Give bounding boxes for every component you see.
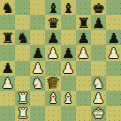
square-b1[interactable]: ♜ (15, 106, 30, 121)
square-f4[interactable] (76, 61, 91, 76)
white-bishop-d2[interactable]: ♝ (47, 91, 60, 105)
square-e3[interactable] (61, 76, 76, 91)
square-c6[interactable] (30, 30, 45, 45)
black-pawn-g7[interactable]: ♟ (92, 15, 105, 29)
square-b7[interactable] (15, 15, 30, 30)
square-g1[interactable]: ♚ (91, 106, 106, 121)
white-pawn-d5[interactable]: ♟ (47, 45, 60, 59)
square-b3[interactable] (15, 76, 30, 91)
square-a3[interactable]: ♟ (0, 76, 15, 91)
square-d2[interactable]: ♝ (45, 91, 60, 106)
square-b8[interactable] (15, 0, 30, 15)
square-c3[interactable]: ♞ (30, 76, 45, 91)
white-queen-d3[interactable]: ♛ (47, 76, 60, 90)
white-king-g1[interactable]: ♚ (92, 106, 105, 120)
square-c2[interactable] (30, 91, 45, 106)
black-pawn-h6[interactable]: ♟ (107, 30, 120, 44)
white-pawn-h5[interactable]: ♟ (107, 45, 120, 59)
square-g7[interactable]: ♟ (91, 15, 106, 30)
chess-board: ♞♝♝♚♛♜♟♜♞♟♟♟♟♟♟♟♟♟♟♟♟♞♛♞♜♝♝♟♜♚ (0, 0, 121, 121)
white-knight-c3[interactable]: ♞ (32, 76, 45, 90)
black-pawn-e5[interactable]: ♟ (62, 45, 75, 59)
square-c4[interactable]: ♟ (30, 61, 45, 76)
square-g4[interactable] (91, 61, 106, 76)
black-king-g8[interactable]: ♚ (92, 0, 105, 14)
white-pawn-g2[interactable]: ♟ (92, 91, 105, 105)
square-g2[interactable]: ♟ (91, 91, 106, 106)
square-h2[interactable] (106, 91, 121, 106)
square-e4[interactable]: ♟ (61, 61, 76, 76)
square-b4[interactable] (15, 61, 30, 76)
square-a1[interactable] (0, 106, 15, 121)
square-f3[interactable] (76, 76, 91, 91)
square-d6[interactable]: ♟ (45, 30, 60, 45)
square-e5[interactable]: ♟ (61, 45, 76, 60)
square-g6[interactable] (91, 30, 106, 45)
white-rook-b1[interactable]: ♜ (16, 106, 29, 120)
black-bishop-e8[interactable]: ♝ (62, 0, 75, 14)
square-f6[interactable]: ♟ (76, 30, 91, 45)
black-pawn-d6[interactable]: ♟ (47, 30, 60, 44)
square-c1[interactable] (30, 106, 45, 121)
square-g5[interactable] (91, 45, 106, 60)
square-e8[interactable]: ♝ (61, 0, 76, 15)
square-f8[interactable] (76, 0, 91, 15)
square-h6[interactable]: ♟ (106, 30, 121, 45)
square-d7[interactable]: ♛ (45, 15, 60, 30)
white-rook-b2[interactable]: ♜ (16, 91, 29, 105)
black-knight-a8[interactable]: ♞ (1, 0, 14, 14)
black-rook-f7[interactable]: ♜ (77, 15, 90, 29)
square-d5[interactable]: ♟ (45, 45, 60, 60)
black-pawn-c5[interactable]: ♟ (32, 45, 45, 59)
black-rook-a6[interactable]: ♜ (1, 30, 14, 44)
square-d8[interactable]: ♝ (45, 0, 60, 15)
square-c8[interactable] (30, 0, 45, 15)
white-pawn-c4[interactable]: ♟ (32, 61, 45, 75)
square-a7[interactable] (0, 15, 15, 30)
white-pawn-a3[interactable]: ♟ (1, 76, 14, 90)
square-d4[interactable] (45, 61, 60, 76)
square-b2[interactable]: ♜ (15, 91, 30, 106)
black-knight-b6[interactable]: ♞ (16, 30, 29, 44)
square-d1[interactable] (45, 106, 60, 121)
square-g8[interactable]: ♚ (91, 0, 106, 15)
square-e7[interactable] (61, 15, 76, 30)
square-a8[interactable]: ♞ (0, 0, 15, 15)
black-bishop-d8[interactable]: ♝ (47, 0, 60, 14)
black-pawn-a4[interactable]: ♟ (1, 61, 14, 75)
square-b6[interactable]: ♞ (15, 30, 30, 45)
square-e6[interactable] (61, 30, 76, 45)
white-pawn-e4[interactable]: ♟ (62, 61, 75, 75)
square-f5[interactable]: ♟ (76, 45, 91, 60)
square-b5[interactable] (15, 45, 30, 60)
white-knight-g3[interactable]: ♞ (92, 76, 105, 90)
white-pawn-f5[interactable]: ♟ (77, 45, 90, 59)
square-c5[interactable]: ♟ (30, 45, 45, 60)
square-h1[interactable] (106, 106, 121, 121)
square-h3[interactable] (106, 76, 121, 91)
square-g3[interactable]: ♞ (91, 76, 106, 91)
square-e1[interactable] (61, 106, 76, 121)
square-e2[interactable]: ♝ (61, 91, 76, 106)
square-h7[interactable] (106, 15, 121, 30)
square-d3[interactable]: ♛ (45, 76, 60, 91)
square-h4[interactable] (106, 61, 121, 76)
black-queen-d7[interactable]: ♛ (47, 15, 60, 29)
square-a2[interactable] (0, 91, 15, 106)
white-bishop-e2[interactable]: ♝ (62, 91, 75, 105)
square-a5[interactable] (0, 45, 15, 60)
square-a6[interactable]: ♜ (0, 30, 15, 45)
square-h8[interactable] (106, 0, 121, 15)
square-h5[interactable]: ♟ (106, 45, 121, 60)
square-f2[interactable] (76, 91, 91, 106)
square-c7[interactable] (30, 15, 45, 30)
square-f1[interactable] (76, 106, 91, 121)
black-pawn-f6[interactable]: ♟ (77, 30, 90, 44)
square-a4[interactable]: ♟ (0, 61, 15, 76)
square-f7[interactable]: ♜ (76, 15, 91, 30)
